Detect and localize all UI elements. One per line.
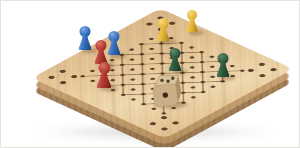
- die-graphic: [147, 70, 185, 109]
- peg-yellow[interactable]: [186, 10, 198, 32]
- peg-body: [108, 39, 121, 55]
- peg-red[interactable]: [97, 62, 112, 88]
- scene: [0, 0, 300, 148]
- peg-yellow[interactable]: [157, 18, 170, 41]
- peg-body: [97, 71, 112, 88]
- wooden-die[interactable]: [147, 70, 185, 109]
- peg-body: [79, 34, 92, 50]
- peg-green[interactable]: [217, 53, 230, 77]
- peg-body: [217, 61, 230, 77]
- peg-body: [186, 17, 198, 32]
- peg-blue[interactable]: [79, 26, 92, 50]
- peg-blue[interactable]: [108, 31, 121, 55]
- peg-body: [169, 56, 182, 71]
- peg-body: [157, 26, 170, 41]
- peg-red[interactable]: [95, 40, 108, 64]
- peg-green[interactable]: [169, 48, 182, 71]
